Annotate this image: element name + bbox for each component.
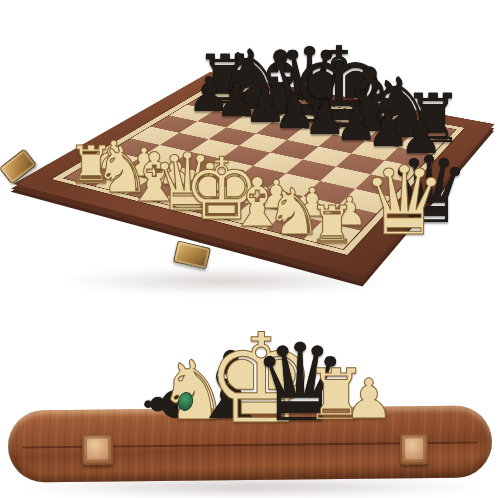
closed-box-scene <box>0 306 500 498</box>
chess-board <box>13 72 494 277</box>
brass-clasp-front <box>173 240 211 269</box>
folded-chess-box <box>8 405 493 482</box>
brass-clasp-plate-left <box>82 433 113 464</box>
brass-clasp-plate-right <box>400 433 428 464</box>
open-board-scene <box>0 0 500 306</box>
board-table-shadow <box>60 268 390 294</box>
product-page: ♜♞♝♛♚♝♞♜♟♟♟♟♟♟♟♟♟♟♟♟♟♟♟♟♜♞♝♛♚♝♞♜♛♛♟♞♝♚♛♜… <box>0 0 500 498</box>
board-frame <box>13 72 494 277</box>
board-border-band <box>50 81 465 256</box>
board-grid <box>63 85 457 250</box>
